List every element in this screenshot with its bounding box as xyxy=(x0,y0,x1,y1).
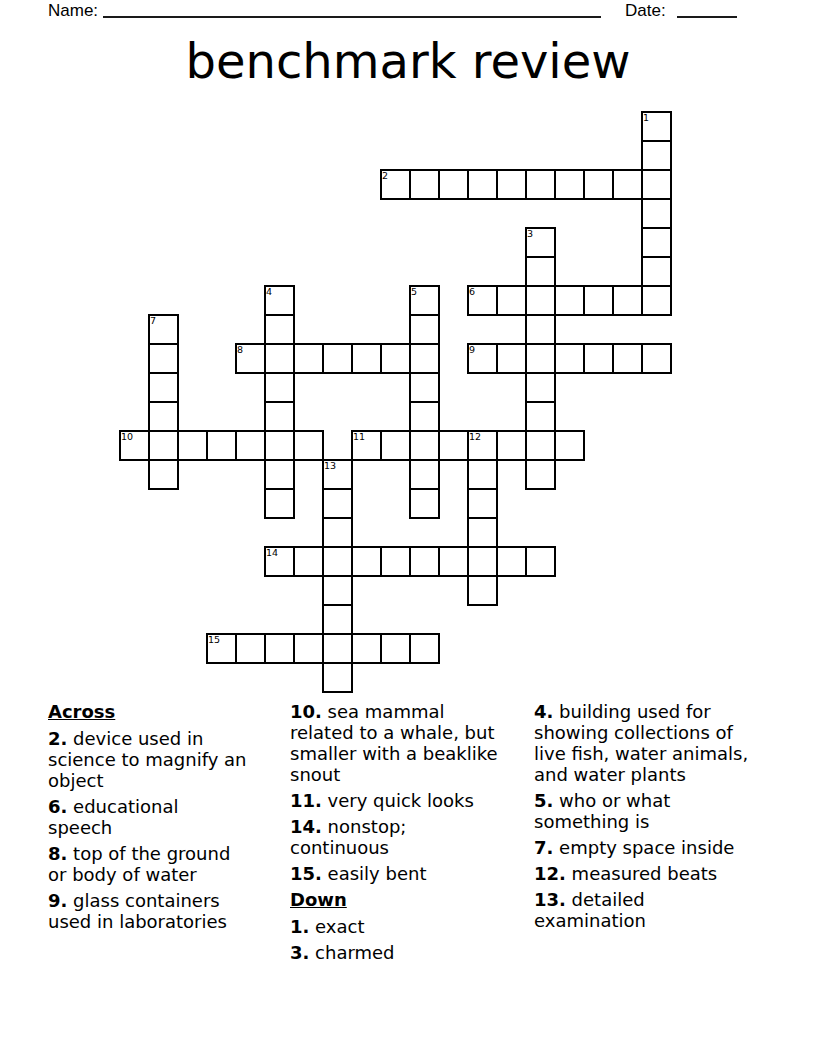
grid-cell[interactable] xyxy=(206,430,237,461)
grid-cell[interactable] xyxy=(612,169,643,200)
grid-cell[interactable] xyxy=(322,633,353,664)
clue-15: 15. easily bent xyxy=(290,863,536,884)
clue-14: 14. nonstop;continuous xyxy=(290,816,536,858)
clue-column-1: Across2. device used inscience to magnif… xyxy=(48,701,286,937)
name-label: Name: xyxy=(48,1,98,20)
clue-1: 1. exact xyxy=(290,916,536,937)
name-input-line[interactable] xyxy=(103,16,601,18)
grid-cell[interactable] xyxy=(148,459,179,490)
cell-number-14: 14 xyxy=(266,548,278,557)
cell-number-7: 7 xyxy=(150,316,156,325)
cell-number-2: 2 xyxy=(382,171,388,180)
clue-4: 4. building used forshowing collections … xyxy=(534,701,802,785)
grid-cell[interactable] xyxy=(641,140,672,171)
grid-cell[interactable] xyxy=(409,459,440,490)
grid-cell[interactable] xyxy=(583,169,614,200)
grid-cell[interactable] xyxy=(525,430,556,461)
cell-number-15: 15 xyxy=(208,635,220,644)
grid-cell[interactable] xyxy=(264,459,295,490)
grid-cell[interactable] xyxy=(641,169,672,200)
grid-cell[interactable] xyxy=(496,546,527,577)
grid-cell[interactable] xyxy=(554,430,585,461)
grid-cell[interactable] xyxy=(641,343,672,374)
date-input-line[interactable] xyxy=(677,16,737,18)
grid-cell[interactable] xyxy=(438,546,469,577)
grid-cell[interactable] xyxy=(496,343,527,374)
grid-cell[interactable] xyxy=(467,575,498,606)
grid-cell[interactable] xyxy=(438,430,469,461)
grid-cell[interactable] xyxy=(264,372,295,403)
grid-cell[interactable] xyxy=(467,546,498,577)
cell-number-9: 9 xyxy=(469,345,475,354)
grid-cell[interactable] xyxy=(467,488,498,519)
grid-cell[interactable] xyxy=(525,401,556,432)
grid-cell[interactable] xyxy=(148,343,179,374)
clue-6: 6. educationalspeech xyxy=(48,796,286,838)
grid-cell[interactable] xyxy=(235,633,266,664)
cell-number-1: 1 xyxy=(643,113,649,122)
cell-number-4: 4 xyxy=(266,287,272,296)
grid-cell[interactable] xyxy=(322,575,353,606)
grid-cell[interactable] xyxy=(380,430,411,461)
clue-12: 12. measured beats xyxy=(534,863,802,884)
grid-cell[interactable] xyxy=(525,285,556,316)
grid-cell[interactable] xyxy=(467,169,498,200)
grid-cell[interactable] xyxy=(235,430,266,461)
grid-cell[interactable] xyxy=(641,256,672,287)
grid-cell[interactable] xyxy=(293,546,324,577)
grid-cell[interactable] xyxy=(148,401,179,432)
grid-cell[interactable] xyxy=(409,401,440,432)
grid-cell[interactable] xyxy=(264,633,295,664)
clue-3: 3. charmed xyxy=(290,942,536,963)
grid-cell[interactable] xyxy=(467,459,498,490)
grid-cell[interactable] xyxy=(554,285,585,316)
grid-cell[interactable] xyxy=(351,633,382,664)
grid-cell[interactable] xyxy=(409,546,440,577)
grid-cell[interactable] xyxy=(409,343,440,374)
date-label: Date: xyxy=(625,1,666,20)
grid-cell[interactable] xyxy=(612,285,643,316)
cell-number-6: 6 xyxy=(469,287,475,296)
grid-cell[interactable] xyxy=(293,633,324,664)
grid-cell[interactable] xyxy=(641,198,672,229)
grid-cell[interactable] xyxy=(525,546,556,577)
grid-cell[interactable] xyxy=(496,430,527,461)
grid-cell[interactable] xyxy=(380,546,411,577)
grid-cell[interactable] xyxy=(409,169,440,200)
cell-number-11: 11 xyxy=(353,432,365,441)
grid-cell[interactable] xyxy=(525,256,556,287)
grid-cell[interactable] xyxy=(351,546,382,577)
grid-cell[interactable] xyxy=(148,372,179,403)
grid-cell[interactable] xyxy=(554,169,585,200)
grid-cell[interactable] xyxy=(496,285,527,316)
grid-cell[interactable] xyxy=(264,401,295,432)
puzzle-title: benchmark review xyxy=(0,34,816,89)
grid-cell[interactable] xyxy=(293,343,324,374)
clue-column-2: 10. sea mammalrelated to a whale, butsma… xyxy=(290,701,536,968)
cell-number-5: 5 xyxy=(411,287,417,296)
grid-cell[interactable] xyxy=(264,314,295,345)
grid-cell[interactable] xyxy=(148,430,179,461)
cell-number-12: 12 xyxy=(469,432,481,441)
grid-cell[interactable] xyxy=(583,343,614,374)
grid-cell[interactable] xyxy=(322,343,353,374)
clue-section-header-across: Across xyxy=(48,701,286,722)
grid-cell[interactable] xyxy=(409,633,440,664)
clue-5: 5. who or whatsomething is xyxy=(534,790,802,832)
grid-cell[interactable] xyxy=(264,343,295,374)
grid-cell[interactable] xyxy=(177,430,208,461)
grid-cell[interactable] xyxy=(409,488,440,519)
clue-column-3: 4. building used forshowing collections … xyxy=(534,701,802,936)
grid-cell[interactable] xyxy=(293,430,324,461)
clue-section-header-down: Down xyxy=(290,889,536,910)
cell-number-3: 3 xyxy=(527,229,533,238)
grid-cell[interactable] xyxy=(525,169,556,200)
grid-cell[interactable] xyxy=(641,285,672,316)
grid-cell[interactable] xyxy=(322,517,353,548)
clue-10: 10. sea mammalrelated to a whale, butsma… xyxy=(290,701,536,785)
grid-cell[interactable] xyxy=(641,227,672,258)
cell-number-8: 8 xyxy=(237,345,243,354)
grid-cell[interactable] xyxy=(322,488,353,519)
grid-cell[interactable] xyxy=(351,343,382,374)
grid-cell[interactable] xyxy=(322,604,353,635)
grid-cell[interactable] xyxy=(554,343,585,374)
grid-cell[interactable] xyxy=(525,372,556,403)
grid-cell[interactable] xyxy=(496,169,527,200)
clue-7: 7. empty space inside xyxy=(534,837,802,858)
grid-cell[interactable] xyxy=(264,488,295,519)
grid-cell[interactable] xyxy=(380,343,411,374)
clue-9: 9. glass containersused in laboratories xyxy=(48,890,286,932)
grid-cell[interactable] xyxy=(322,662,353,693)
grid-cell[interactable] xyxy=(438,169,469,200)
cell-number-10: 10 xyxy=(121,432,133,441)
clue-2: 2. device used inscience to magnify anob… xyxy=(48,728,286,791)
grid-cell[interactable] xyxy=(409,372,440,403)
grid-cell[interactable] xyxy=(583,285,614,316)
crossword-grid: 123456789101112131415 xyxy=(119,111,670,691)
grid-cell[interactable] xyxy=(380,633,411,664)
clue-13: 13. detailedexamination xyxy=(534,889,802,931)
grid-cell[interactable] xyxy=(409,430,440,461)
clue-11: 11. very quick looks xyxy=(290,790,536,811)
cell-number-13: 13 xyxy=(324,461,336,470)
grid-cell[interactable] xyxy=(322,546,353,577)
grid-cell[interactable] xyxy=(525,314,556,345)
grid-cell[interactable] xyxy=(409,314,440,345)
grid-cell[interactable] xyxy=(612,343,643,374)
grid-cell[interactable] xyxy=(467,517,498,548)
clue-8: 8. top of the groundor body of water xyxy=(48,843,286,885)
grid-cell[interactable] xyxy=(525,343,556,374)
grid-cell[interactable] xyxy=(264,430,295,461)
grid-cell[interactable] xyxy=(525,459,556,490)
